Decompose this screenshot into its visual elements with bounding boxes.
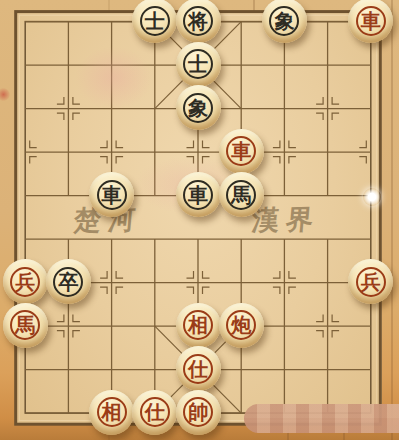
piece-glyph: 仕 (188, 358, 208, 378)
piece-glyph: 帥 (188, 402, 208, 422)
piece-glyph: 兵 (15, 271, 35, 291)
piece-ring: 車 (356, 6, 386, 36)
piece-black-general[interactable]: 将 (176, 0, 221, 43)
piece-ring: 炮 (226, 310, 256, 340)
piece-ring: 士 (183, 49, 213, 79)
piece-red-general[interactable]: 帥 (176, 390, 221, 435)
piece-red-advisor[interactable]: 仕 (176, 346, 221, 391)
piece-glyph: 馬 (15, 315, 35, 335)
piece-black-elephant[interactable]: 象 (262, 0, 307, 43)
xiangqi-app: 楚河 漢界 士将象車士象車車車馬兵卒兵馬相炮仕相仕帥 (0, 0, 399, 440)
piece-red-chariot[interactable]: 車 (348, 0, 393, 43)
piece-ring: 象 (269, 6, 299, 36)
piece-black-chariot[interactable]: 車 (89, 172, 134, 217)
piece-glyph: 相 (102, 402, 122, 422)
piece-ring: 車 (97, 180, 127, 210)
piece-ring: 象 (183, 93, 213, 123)
piece-glyph: 卒 (58, 271, 78, 291)
blur-patch (244, 404, 399, 433)
piece-ring: 車 (226, 136, 256, 166)
piece-ring: 帥 (183, 397, 213, 427)
piece-ring: 相 (97, 397, 127, 427)
piece-glyph: 車 (231, 141, 251, 161)
piece-ring: 車 (183, 180, 213, 210)
piece-ring: 馬 (226, 180, 256, 210)
pieces-layer: 士将象車士象車車車馬兵卒兵馬相炮仕相仕帥 (0, 0, 399, 440)
piece-ring: 卒 (53, 267, 83, 297)
piece-glyph: 車 (102, 184, 122, 204)
piece-red-elephant[interactable]: 相 (89, 390, 134, 435)
piece-glyph: 将 (188, 10, 208, 30)
piece-ring: 将 (183, 6, 213, 36)
piece-glyph: 士 (188, 54, 208, 74)
piece-ring: 馬 (10, 310, 40, 340)
piece-glyph: 相 (188, 315, 208, 335)
piece-red-chariot[interactable]: 車 (219, 129, 264, 174)
piece-ring: 仕 (140, 397, 170, 427)
piece-glyph: 兵 (361, 271, 381, 291)
piece-black-horse[interactable]: 馬 (219, 172, 264, 217)
piece-ring: 兵 (356, 267, 386, 297)
piece-ring: 兵 (10, 267, 40, 297)
piece-glyph: 仕 (145, 402, 165, 422)
piece-red-cannon[interactable]: 炮 (219, 303, 264, 348)
piece-red-soldier[interactable]: 兵 (3, 259, 48, 304)
piece-ring: 士 (140, 6, 170, 36)
piece-red-horse[interactable]: 馬 (3, 303, 48, 348)
piece-ring: 仕 (183, 354, 213, 384)
piece-glyph: 象 (188, 97, 208, 117)
piece-glyph: 象 (274, 10, 294, 30)
piece-red-elephant[interactable]: 相 (176, 303, 221, 348)
piece-red-advisor[interactable]: 仕 (132, 390, 177, 435)
piece-glyph: 士 (145, 10, 165, 30)
piece-glyph: 馬 (231, 184, 251, 204)
piece-black-advisor[interactable]: 士 (176, 42, 221, 87)
piece-glyph: 炮 (231, 315, 251, 335)
piece-red-soldier[interactable]: 兵 (348, 259, 393, 304)
piece-black-soldier[interactable]: 卒 (46, 259, 91, 304)
piece-black-chariot[interactable]: 車 (176, 172, 221, 217)
piece-black-advisor[interactable]: 士 (132, 0, 177, 43)
piece-glyph: 車 (361, 10, 381, 30)
piece-glyph: 車 (188, 184, 208, 204)
piece-black-elephant[interactable]: 象 (176, 85, 221, 130)
piece-ring: 相 (183, 310, 213, 340)
highlight-dot (363, 188, 381, 206)
